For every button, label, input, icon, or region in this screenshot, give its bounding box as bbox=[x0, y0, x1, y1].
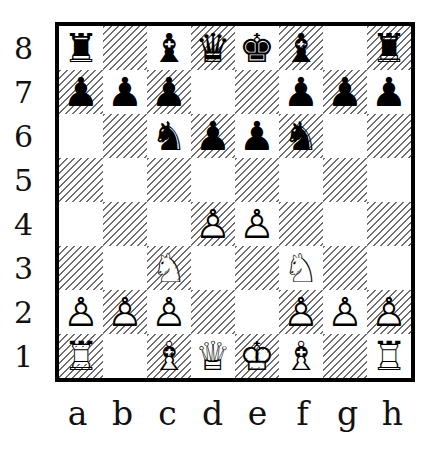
square-b1 bbox=[103, 334, 147, 378]
white-king: ♚♔ bbox=[235, 334, 279, 378]
white-pawn: ♟♙ bbox=[367, 290, 411, 334]
rank-label-8: 8 bbox=[0, 26, 53, 70]
white-piece-outline: ♙ bbox=[191, 202, 235, 246]
file-label-f: f bbox=[280, 388, 325, 438]
rank-label-5: 5 bbox=[0, 158, 53, 202]
file-label-h: h bbox=[370, 388, 415, 438]
rank-label-6: 6 bbox=[0, 114, 53, 158]
square-g1 bbox=[323, 334, 367, 378]
square-h7: ♟ bbox=[367, 70, 411, 114]
file-label-c: c bbox=[145, 388, 190, 438]
white-queen: ♛♕ bbox=[191, 334, 235, 378]
square-b8 bbox=[103, 26, 147, 70]
chess-board: ♜♝♛♚♝♜♟♟♟♟♟♟♞♟♟♞♟♙♟♙♞♘♞♘♟♙♟♙♟♙♟♙♟♙♟♙♜♖♝♗… bbox=[55, 22, 415, 382]
white-piece-outline: ♔ bbox=[235, 334, 279, 378]
black-pawn: ♟ bbox=[367, 70, 411, 114]
white-piece-outline: ♙ bbox=[323, 290, 367, 334]
square-h5 bbox=[367, 158, 411, 202]
square-d2 bbox=[191, 290, 235, 334]
square-d5 bbox=[191, 158, 235, 202]
black-bishop: ♝ bbox=[279, 26, 323, 70]
square-f7: ♟ bbox=[279, 70, 323, 114]
white-piece-outline: ♗ bbox=[279, 334, 323, 378]
square-e6: ♟ bbox=[235, 114, 279, 158]
square-d1: ♛♕ bbox=[191, 334, 235, 378]
white-piece-outline: ♘ bbox=[279, 246, 323, 290]
square-a2: ♟♙ bbox=[59, 290, 103, 334]
file-label-g: g bbox=[325, 388, 370, 438]
square-d6: ♟ bbox=[191, 114, 235, 158]
square-a7: ♟ bbox=[59, 70, 103, 114]
white-knight: ♞♘ bbox=[147, 246, 191, 290]
file-label-a: a bbox=[55, 388, 100, 438]
white-piece-outline: ♙ bbox=[367, 290, 411, 334]
black-pawn: ♟ bbox=[279, 70, 323, 114]
black-bishop: ♝ bbox=[147, 26, 191, 70]
square-g6 bbox=[323, 114, 367, 158]
square-b7: ♟ bbox=[103, 70, 147, 114]
square-e1: ♚♔ bbox=[235, 334, 279, 378]
square-h4 bbox=[367, 202, 411, 246]
square-c3: ♞♘ bbox=[147, 246, 191, 290]
white-rook: ♜♖ bbox=[367, 334, 411, 378]
white-bishop: ♝♗ bbox=[279, 334, 323, 378]
white-pawn: ♟♙ bbox=[323, 290, 367, 334]
rank-labels: 87654321 bbox=[0, 26, 53, 378]
black-pawn: ♟ bbox=[147, 70, 191, 114]
square-h1: ♜♖ bbox=[367, 334, 411, 378]
black-king: ♚ bbox=[235, 26, 279, 70]
square-c1: ♝♗ bbox=[147, 334, 191, 378]
white-knight: ♞♘ bbox=[279, 246, 323, 290]
white-piece-outline: ♘ bbox=[147, 246, 191, 290]
square-f5 bbox=[279, 158, 323, 202]
chess-diagram: 87654321 ♜♝♛♚♝♜♟♟♟♟♟♟♞♟♟♞♟♙♟♙♞♘♞♘♟♙♟♙♟♙♟… bbox=[0, 0, 437, 453]
square-c5 bbox=[147, 158, 191, 202]
square-h6 bbox=[367, 114, 411, 158]
square-a4 bbox=[59, 202, 103, 246]
square-h3 bbox=[367, 246, 411, 290]
square-d8: ♛ bbox=[191, 26, 235, 70]
rank-label-7: 7 bbox=[0, 70, 53, 114]
rank-label-4: 4 bbox=[0, 202, 53, 246]
white-piece-outline: ♖ bbox=[59, 334, 103, 378]
square-b2: ♟♙ bbox=[103, 290, 147, 334]
black-rook: ♜ bbox=[59, 26, 103, 70]
square-h8: ♜ bbox=[367, 26, 411, 70]
white-pawn: ♟♙ bbox=[191, 202, 235, 246]
white-piece-outline: ♙ bbox=[279, 290, 323, 334]
square-d4: ♟♙ bbox=[191, 202, 235, 246]
square-e8: ♚ bbox=[235, 26, 279, 70]
square-g2: ♟♙ bbox=[323, 290, 367, 334]
square-f2: ♟♙ bbox=[279, 290, 323, 334]
square-a5 bbox=[59, 158, 103, 202]
square-g3 bbox=[323, 246, 367, 290]
square-b3 bbox=[103, 246, 147, 290]
rank-label-2: 2 bbox=[0, 290, 53, 334]
white-piece-outline: ♙ bbox=[59, 290, 103, 334]
square-b5 bbox=[103, 158, 147, 202]
square-c6: ♞ bbox=[147, 114, 191, 158]
file-label-b: b bbox=[100, 388, 145, 438]
square-f6: ♞ bbox=[279, 114, 323, 158]
square-c2: ♟♙ bbox=[147, 290, 191, 334]
file-label-e: e bbox=[235, 388, 280, 438]
square-f3: ♞♘ bbox=[279, 246, 323, 290]
file-labels: abcdefgh bbox=[55, 388, 415, 438]
file-label-d: d bbox=[190, 388, 235, 438]
white-pawn: ♟♙ bbox=[103, 290, 147, 334]
square-d7 bbox=[191, 70, 235, 114]
white-pawn: ♟♙ bbox=[279, 290, 323, 334]
black-rook: ♜ bbox=[367, 26, 411, 70]
rank-label-1: 1 bbox=[0, 334, 53, 378]
white-piece-outline: ♙ bbox=[235, 202, 279, 246]
square-a1: ♜♖ bbox=[59, 334, 103, 378]
square-e2 bbox=[235, 290, 279, 334]
square-g8 bbox=[323, 26, 367, 70]
white-rook: ♜♖ bbox=[59, 334, 103, 378]
square-g7: ♟ bbox=[323, 70, 367, 114]
black-pawn: ♟ bbox=[235, 114, 279, 158]
black-knight: ♞ bbox=[279, 114, 323, 158]
black-pawn: ♟ bbox=[323, 70, 367, 114]
white-piece-outline: ♖ bbox=[367, 334, 411, 378]
black-pawn: ♟ bbox=[191, 114, 235, 158]
square-a8: ♜ bbox=[59, 26, 103, 70]
square-d3 bbox=[191, 246, 235, 290]
white-bishop: ♝♗ bbox=[147, 334, 191, 378]
square-c7: ♟ bbox=[147, 70, 191, 114]
square-g4 bbox=[323, 202, 367, 246]
square-b6 bbox=[103, 114, 147, 158]
square-a6 bbox=[59, 114, 103, 158]
white-piece-outline: ♙ bbox=[147, 290, 191, 334]
white-pawn: ♟♙ bbox=[235, 202, 279, 246]
square-e5 bbox=[235, 158, 279, 202]
square-f8: ♝ bbox=[279, 26, 323, 70]
square-a3 bbox=[59, 246, 103, 290]
white-piece-outline: ♕ bbox=[191, 334, 235, 378]
square-e4: ♟♙ bbox=[235, 202, 279, 246]
white-piece-outline: ♗ bbox=[147, 334, 191, 378]
square-c8: ♝ bbox=[147, 26, 191, 70]
square-e7 bbox=[235, 70, 279, 114]
square-b4 bbox=[103, 202, 147, 246]
black-pawn: ♟ bbox=[103, 70, 147, 114]
square-f4 bbox=[279, 202, 323, 246]
square-f1: ♝♗ bbox=[279, 334, 323, 378]
square-c4 bbox=[147, 202, 191, 246]
black-pawn: ♟ bbox=[59, 70, 103, 114]
square-g5 bbox=[323, 158, 367, 202]
square-e3 bbox=[235, 246, 279, 290]
black-knight: ♞ bbox=[147, 114, 191, 158]
white-piece-outline: ♙ bbox=[103, 290, 147, 334]
black-queen: ♛ bbox=[191, 26, 235, 70]
rank-label-3: 3 bbox=[0, 246, 53, 290]
white-pawn: ♟♙ bbox=[147, 290, 191, 334]
square-h2: ♟♙ bbox=[367, 290, 411, 334]
white-pawn: ♟♙ bbox=[59, 290, 103, 334]
